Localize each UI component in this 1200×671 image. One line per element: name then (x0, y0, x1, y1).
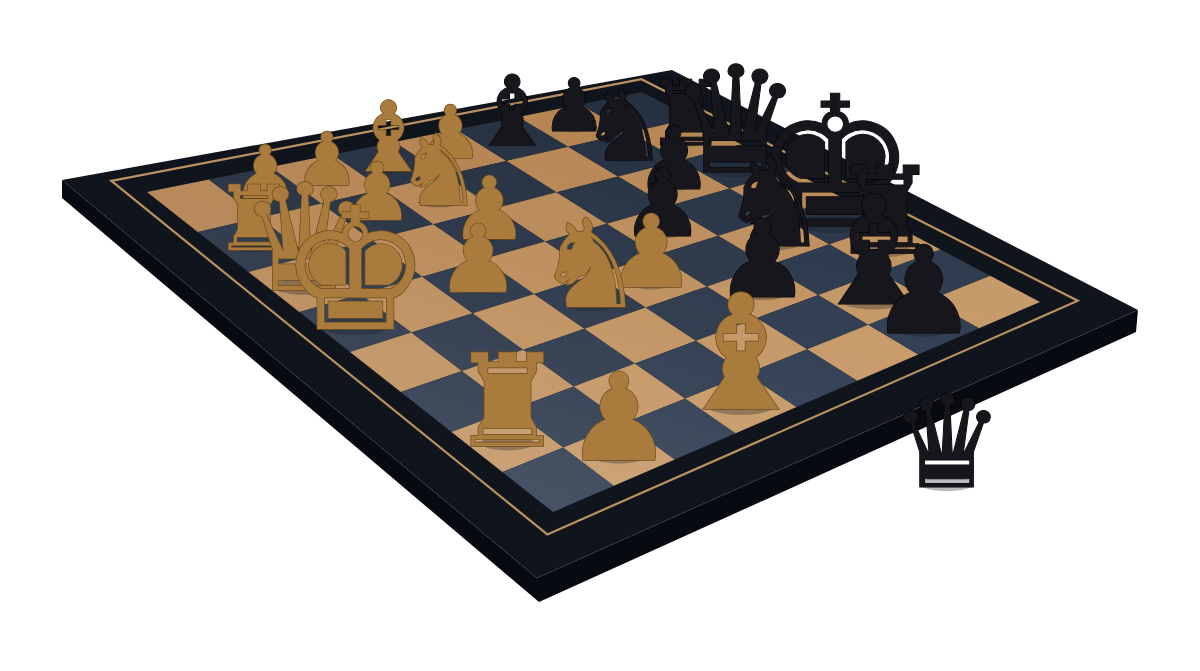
piece-black-pawn-a7[interactable]: ♟ (869, 220, 978, 362)
piece-black-queen-offboard[interactable]: ♛ (890, 368, 1005, 517)
chess-photo-stage: ♟♝♜♟♞♝♛♟♟♟♞♟♚♟♟♞♜♜♟♛♟♟♝♞♚♟♝♜♟♛ (0, 0, 1200, 671)
piece-white-knight-d4[interactable]: ♞ (535, 193, 645, 336)
piece-white-rook-b1[interactable]: ♜ (450, 327, 565, 476)
piece-white-king-e1[interactable]: ♚ (279, 172, 431, 369)
piece-white-pawn-a2[interactable]: ♟ (565, 347, 674, 489)
piece-white-pawn-e3[interactable]: ♟ (436, 205, 520, 314)
board-photo: ♟♝♜♟♞♝♛♟♟♟♞♟♚♟♟♞♜♜♟♛♟♟♝♞♚♟♝♜♟♛ (0, 0, 1200, 671)
piece-white-bishop-a4[interactable]: ♝ (669, 260, 813, 447)
